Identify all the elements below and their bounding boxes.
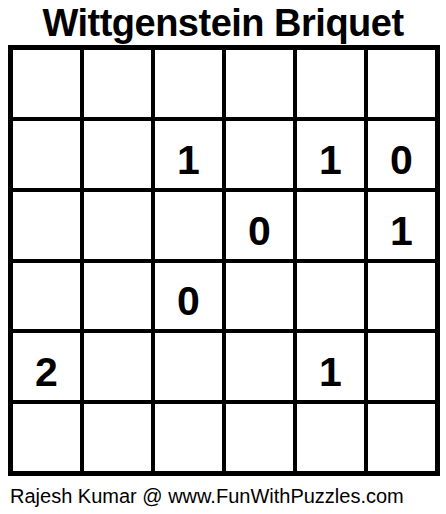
- puzzle-grid: 11001021: [8, 45, 440, 476]
- cell-r5c2[interactable]: [155, 404, 222, 471]
- cell-r0c3[interactable]: [226, 50, 293, 117]
- cell-r1c0[interactable]: [13, 121, 80, 188]
- clue-number: 0: [177, 281, 200, 322]
- cell-r2c5: 1: [368, 192, 435, 259]
- cell-r4c2[interactable]: [155, 333, 222, 400]
- clue-number: 0: [248, 211, 271, 252]
- credit-footer: Rajesh Kumar @ www.FunWithPuzzles.com: [10, 484, 404, 508]
- cell-r1c4: 1: [297, 121, 364, 188]
- cell-r3c4[interactable]: [297, 263, 364, 330]
- cell-r0c1[interactable]: [84, 50, 151, 117]
- cell-r2c1[interactable]: [84, 192, 151, 259]
- cell-r2c3: 0: [226, 192, 293, 259]
- cell-r1c2: 1: [155, 121, 222, 188]
- cell-r4c0: 2: [13, 333, 80, 400]
- clue-number: 0: [390, 140, 413, 181]
- clue-number: 1: [319, 140, 342, 181]
- cell-r2c4[interactable]: [297, 192, 364, 259]
- cell-r3c0[interactable]: [13, 263, 80, 330]
- cell-r5c1[interactable]: [84, 404, 151, 471]
- cell-r5c3[interactable]: [226, 404, 293, 471]
- cell-r4c5[interactable]: [368, 333, 435, 400]
- puzzle-page: Wittgenstein Briquet 11001021 Rajesh Kum…: [0, 0, 446, 514]
- cell-r1c1[interactable]: [84, 121, 151, 188]
- cell-r3c1[interactable]: [84, 263, 151, 330]
- cell-r1c3[interactable]: [226, 121, 293, 188]
- cell-r0c2[interactable]: [155, 50, 222, 117]
- cell-r0c4[interactable]: [297, 50, 364, 117]
- clue-number: 1: [390, 211, 413, 252]
- cell-r3c2: 0: [155, 263, 222, 330]
- cell-r5c5[interactable]: [368, 404, 435, 471]
- clue-number: 1: [177, 140, 200, 181]
- cell-r5c4[interactable]: [297, 404, 364, 471]
- cell-r2c0[interactable]: [13, 192, 80, 259]
- cell-r5c0[interactable]: [13, 404, 80, 471]
- cell-r3c3[interactable]: [226, 263, 293, 330]
- cell-r4c1[interactable]: [84, 333, 151, 400]
- clue-number: 1: [319, 352, 342, 393]
- puzzle-title: Wittgenstein Briquet: [0, 1, 446, 45]
- clue-number: 2: [35, 352, 58, 393]
- cell-r0c5[interactable]: [368, 50, 435, 117]
- cell-r3c5[interactable]: [368, 263, 435, 330]
- cell-r1c5: 0: [368, 121, 435, 188]
- cell-r4c3[interactable]: [226, 333, 293, 400]
- cell-r2c2[interactable]: [155, 192, 222, 259]
- cell-r4c4: 1: [297, 333, 364, 400]
- cell-r0c0[interactable]: [13, 50, 80, 117]
